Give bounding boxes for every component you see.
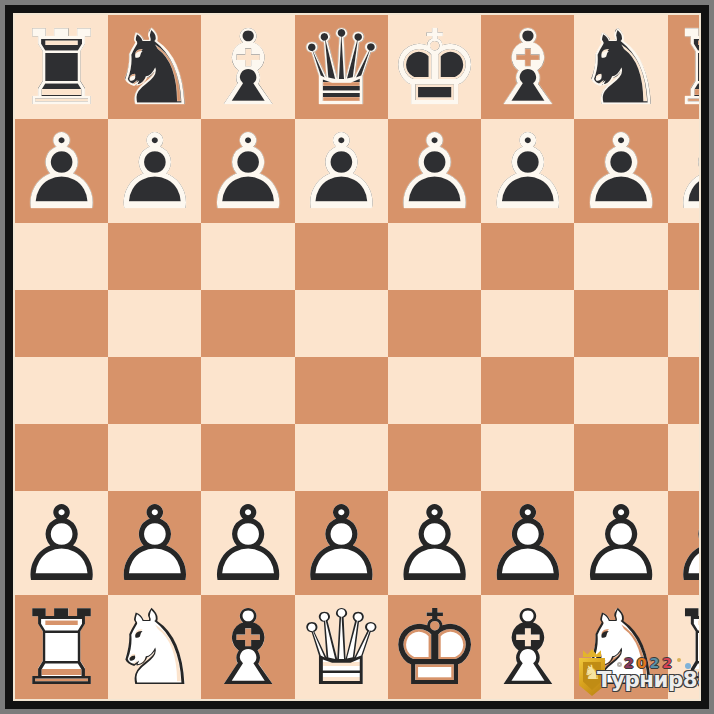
square-g3[interactable] [574,424,667,491]
black-pawn[interactable]: ♟♙ [574,120,667,224]
square-c4[interactable] [201,357,294,424]
square-a7[interactable]: ♟♙ [15,119,108,223]
square-c5[interactable] [201,290,294,357]
square-g2[interactable]: ♟♙ [574,491,667,595]
square-d1[interactable]: ♛♕ [295,595,388,699]
piece-outline-glyph: ♙ [295,492,388,596]
square-f4[interactable] [481,357,574,424]
square-f2[interactable]: ♟♙ [481,491,574,595]
board-outer-frame: ♜♖♞♘♝♗♛♕♚♔♝♗♞♘♜♖♟♙♟♙♟♙♟♙♟♙♟♙♟♙♟♙♟♙♟♙♟♙♟♙… [0,0,714,714]
square-c2[interactable]: ♟♙ [201,491,294,595]
square-h5[interactable] [668,290,701,357]
black-queen[interactable]: ♛♕ [295,16,388,120]
square-d5[interactable] [295,290,388,357]
piece-outline-glyph: ♙ [668,120,701,224]
square-h2[interactable]: ♟♙ [668,491,701,595]
piece-outline-glyph: ♙ [481,492,574,596]
square-a5[interactable] [15,290,108,357]
chess-board: ♜♖♞♘♝♗♛♕♚♔♝♗♞♘♜♖♟♙♟♙♟♙♟♙♟♙♟♙♟♙♟♙♟♙♟♙♟♙♟♙… [13,13,701,701]
black-pawn[interactable]: ♟♙ [481,120,574,224]
black-pawn[interactable]: ♟♙ [295,120,388,224]
piece-outline-glyph: ♘ [574,16,667,120]
piece-outline-glyph: ♔ [388,596,481,700]
square-f5[interactable] [481,290,574,357]
square-a1[interactable]: ♜♖ [15,595,108,699]
piece-outline-glyph: ♙ [201,492,294,596]
square-a8[interactable]: ♜♖ [15,15,108,119]
white-rook[interactable]: ♜♖ [668,596,701,700]
white-pawn[interactable]: ♟♙ [668,492,701,596]
white-king[interactable]: ♚♔ [388,596,481,700]
black-pawn[interactable]: ♟♙ [15,120,108,224]
square-e6[interactable] [388,223,481,290]
square-a4[interactable] [15,357,108,424]
piece-outline-glyph: ♙ [15,120,108,224]
square-b6[interactable] [108,223,201,290]
square-b3[interactable] [108,424,201,491]
square-f7[interactable]: ♟♙ [481,119,574,223]
square-e7[interactable]: ♟♙ [388,119,481,223]
square-d6[interactable] [295,223,388,290]
square-c8[interactable]: ♝♗ [201,15,294,119]
square-h8[interactable]: ♜♖ [668,15,701,119]
board-black-frame: ♜♖♞♘♝♗♛♕♚♔♝♗♞♘♜♖♟♙♟♙♟♙♟♙♟♙♟♙♟♙♟♙♟♙♟♙♟♙♟♙… [5,5,709,709]
square-f3[interactable] [481,424,574,491]
white-pawn[interactable]: ♟♙ [201,492,294,596]
white-pawn[interactable]: ♟♙ [481,492,574,596]
white-bishop[interactable]: ♝♗ [481,596,574,700]
square-a2[interactable]: ♟♙ [15,491,108,595]
square-d4[interactable] [295,357,388,424]
square-b1[interactable]: ♞♘ [108,595,201,699]
piece-outline-glyph: ♕ [295,596,388,700]
square-b8[interactable]: ♞♘ [108,15,201,119]
white-pawn[interactable]: ♟♙ [574,492,667,596]
square-h6[interactable] [668,223,701,290]
square-g4[interactable] [574,357,667,424]
piece-outline-glyph: ♖ [15,16,108,120]
square-d8[interactable]: ♛♕ [295,15,388,119]
black-bishop[interactable]: ♝♗ [481,16,574,120]
piece-outline-glyph: ♗ [481,16,574,120]
square-h3[interactable] [668,424,701,491]
square-g1[interactable]: ♞♘ [574,595,667,699]
square-g7[interactable]: ♟♙ [574,119,667,223]
piece-outline-glyph: ♙ [574,120,667,224]
square-h4[interactable] [668,357,701,424]
black-knight[interactable]: ♞♘ [108,16,201,120]
piece-outline-glyph: ♘ [108,16,201,120]
black-pawn[interactable]: ♟♙ [388,120,481,224]
square-e3[interactable] [388,424,481,491]
square-d7[interactable]: ♟♙ [295,119,388,223]
white-pawn[interactable]: ♟♙ [108,492,201,596]
black-knight[interactable]: ♞♘ [574,16,667,120]
piece-outline-glyph: ♙ [295,120,388,224]
white-knight[interactable]: ♞♘ [108,596,201,700]
square-c6[interactable] [201,223,294,290]
square-d2[interactable]: ♟♙ [295,491,388,595]
square-b4[interactable] [108,357,201,424]
square-g8[interactable]: ♞♘ [574,15,667,119]
piece-outline-glyph: ♙ [201,120,294,224]
piece-outline-glyph: ♙ [668,492,701,596]
black-pawn[interactable]: ♟♙ [668,120,701,224]
white-knight[interactable]: ♞♘ [574,596,667,700]
piece-outline-glyph: ♙ [388,492,481,596]
white-pawn[interactable]: ♟♙ [295,492,388,596]
piece-outline-glyph: ♖ [668,16,701,120]
square-c1[interactable]: ♝♗ [201,595,294,699]
square-g5[interactable] [574,290,667,357]
square-b2[interactable]: ♟♙ [108,491,201,595]
black-bishop[interactable]: ♝♗ [201,16,294,120]
piece-outline-glyph: ♙ [388,120,481,224]
square-f8[interactable]: ♝♗ [481,15,574,119]
piece-outline-glyph: ♙ [15,492,108,596]
square-e4[interactable] [388,357,481,424]
piece-outline-glyph: ♘ [574,596,667,700]
piece-outline-glyph: ♙ [574,492,667,596]
square-a6[interactable] [15,223,108,290]
black-pawn[interactable]: ♟♙ [108,120,201,224]
square-b7[interactable]: ♟♙ [108,119,201,223]
white-pawn[interactable]: ♟♙ [15,492,108,596]
square-e5[interactable] [388,290,481,357]
square-e2[interactable]: ♟♙ [388,491,481,595]
square-f6[interactable] [481,223,574,290]
chessboard-screenshot: ♜♖♞♘♝♗♛♕♚♔♝♗♞♘♜♖♟♙♟♙♟♙♟♙♟♙♟♙♟♙♟♙♟♙♟♙♟♙♟♙… [0,0,714,714]
square-b5[interactable] [108,290,201,357]
piece-outline-glyph: ♗ [481,596,574,700]
piece-outline-glyph: ♖ [668,596,701,700]
white-pawn[interactable]: ♟♙ [388,492,481,596]
square-g6[interactable] [574,223,667,290]
piece-outline-glyph: ♕ [295,16,388,120]
black-rook[interactable]: ♜♖ [668,16,701,120]
piece-outline-glyph: ♘ [108,596,201,700]
square-e8[interactable]: ♚♔ [388,15,481,119]
square-d3[interactable] [295,424,388,491]
piece-outline-glyph: ♙ [108,120,201,224]
black-pawn[interactable]: ♟♙ [201,120,294,224]
square-e1[interactable]: ♚♔ [388,595,481,699]
square-f1[interactable]: ♝♗ [481,595,574,699]
white-rook[interactable]: ♜♖ [15,596,108,700]
piece-outline-glyph: ♙ [481,120,574,224]
white-bishop[interactable]: ♝♗ [201,596,294,700]
black-rook[interactable]: ♜♖ [15,16,108,120]
piece-outline-glyph: ♔ [388,16,481,120]
piece-outline-glyph: ♖ [15,596,108,700]
piece-outline-glyph: ♗ [201,596,294,700]
square-h1[interactable]: ♜♖ [668,595,701,699]
square-h7[interactable]: ♟♙ [668,119,701,223]
black-king[interactable]: ♚♔ [388,16,481,120]
square-a3[interactable] [15,424,108,491]
piece-outline-glyph: ♗ [201,16,294,120]
white-queen[interactable]: ♛♕ [295,596,388,700]
piece-outline-glyph: ♙ [108,492,201,596]
square-c3[interactable] [201,424,294,491]
square-c7[interactable]: ♟♙ [201,119,294,223]
